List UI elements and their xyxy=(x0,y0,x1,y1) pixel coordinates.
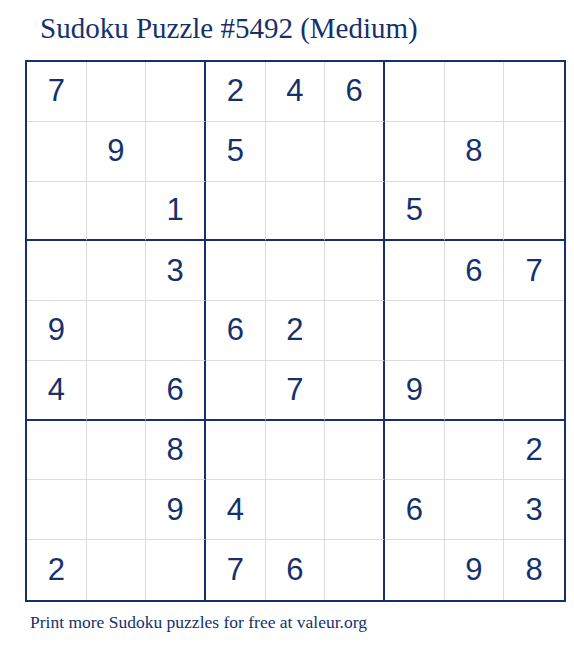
sudoku-cell-r9c4[interactable]: 7 xyxy=(206,540,266,600)
sudoku-cell-r1c7[interactable] xyxy=(385,62,445,122)
sudoku-cell-r9c7[interactable] xyxy=(385,540,445,600)
sudoku-cell-r2c8[interactable]: 8 xyxy=(445,122,505,182)
sudoku-cell-r9c9[interactable]: 8 xyxy=(504,540,564,600)
sudoku-cell-r8c2[interactable] xyxy=(87,480,147,540)
sudoku-cell-r3c7[interactable]: 5 xyxy=(385,182,445,242)
sudoku-cell-r2c5[interactable] xyxy=(266,122,326,182)
sudoku-cell-r4c2[interactable] xyxy=(87,241,147,301)
sudoku-cell-r5c3[interactable] xyxy=(146,301,206,361)
sudoku-cell-r9c2[interactable] xyxy=(87,540,147,600)
sudoku-cell-r1c2[interactable] xyxy=(87,62,147,122)
sudoku-cell-r3c2[interactable] xyxy=(87,182,147,242)
sudoku-cell-r5c4[interactable]: 6 xyxy=(206,301,266,361)
sudoku-cell-r5c7[interactable] xyxy=(385,301,445,361)
sudoku-cell-r6c9[interactable] xyxy=(504,361,564,421)
sudoku-cell-r3c5[interactable] xyxy=(266,182,326,242)
sudoku-cell-r7c8[interactable] xyxy=(445,421,505,481)
sudoku-cell-r1c5[interactable]: 4 xyxy=(266,62,326,122)
sudoku-cell-r1c1[interactable]: 7 xyxy=(27,62,87,122)
sudoku-cell-r9c3[interactable] xyxy=(146,540,206,600)
sudoku-cell-r3c8[interactable] xyxy=(445,182,505,242)
sudoku-cell-r7c1[interactable] xyxy=(27,421,87,481)
sudoku-cell-r1c8[interactable] xyxy=(445,62,505,122)
sudoku-cell-r9c5[interactable]: 6 xyxy=(266,540,326,600)
sudoku-cell-r3c1[interactable] xyxy=(27,182,87,242)
sudoku-cell-r1c9[interactable] xyxy=(504,62,564,122)
sudoku-cell-r2c6[interactable] xyxy=(325,122,385,182)
sudoku-cell-r7c3[interactable]: 8 xyxy=(146,421,206,481)
sudoku-cell-r9c1[interactable]: 2 xyxy=(27,540,87,600)
sudoku-cell-r8c3[interactable]: 9 xyxy=(146,480,206,540)
sudoku-cell-r8c8[interactable] xyxy=(445,480,505,540)
sudoku-cell-r3c3[interactable]: 1 xyxy=(146,182,206,242)
sudoku-cell-r2c3[interactable] xyxy=(146,122,206,182)
sudoku-cell-r4c8[interactable]: 6 xyxy=(445,241,505,301)
sudoku-cell-r3c9[interactable] xyxy=(504,182,564,242)
sudoku-cell-r7c5[interactable] xyxy=(266,421,326,481)
sudoku-cell-r1c3[interactable] xyxy=(146,62,206,122)
sudoku-cell-r8c5[interactable] xyxy=(266,480,326,540)
sudoku-cell-r6c8[interactable] xyxy=(445,361,505,421)
sudoku-cell-r4c6[interactable] xyxy=(325,241,385,301)
sudoku-cell-r5c5[interactable]: 2 xyxy=(266,301,326,361)
page-title: Sudoku Puzzle #5492 (Medium) xyxy=(40,12,418,45)
sudoku-cell-r4c5[interactable] xyxy=(266,241,326,301)
sudoku-cell-r2c1[interactable] xyxy=(27,122,87,182)
sudoku-cell-r5c9[interactable] xyxy=(504,301,564,361)
sudoku-cell-r4c7[interactable] xyxy=(385,241,445,301)
sudoku-cell-r5c6[interactable] xyxy=(325,301,385,361)
sudoku-cell-r6c5[interactable]: 7 xyxy=(266,361,326,421)
sudoku-cell-r4c1[interactable] xyxy=(27,241,87,301)
sudoku-cell-r8c6[interactable] xyxy=(325,480,385,540)
sudoku-cell-r6c1[interactable]: 4 xyxy=(27,361,87,421)
sudoku-cell-r9c8[interactable]: 9 xyxy=(445,540,505,600)
sudoku-cell-r2c7[interactable] xyxy=(385,122,445,182)
sudoku-cell-r2c2[interactable]: 9 xyxy=(87,122,147,182)
sudoku-cell-r4c4[interactable] xyxy=(206,241,266,301)
sudoku-cell-r8c1[interactable] xyxy=(27,480,87,540)
sudoku-cell-r2c9[interactable] xyxy=(504,122,564,182)
sudoku-cell-r7c9[interactable]: 2 xyxy=(504,421,564,481)
sudoku-cell-r6c3[interactable]: 6 xyxy=(146,361,206,421)
sudoku-cell-r7c7[interactable] xyxy=(385,421,445,481)
sudoku-cell-r5c8[interactable] xyxy=(445,301,505,361)
sudoku-cell-r4c3[interactable]: 3 xyxy=(146,241,206,301)
sudoku-cell-r3c4[interactable] xyxy=(206,182,266,242)
sudoku-board: 724695815367962467982946327698 xyxy=(25,60,566,602)
sudoku-cell-r6c4[interactable] xyxy=(206,361,266,421)
sudoku-cell-r3c6[interactable] xyxy=(325,182,385,242)
sudoku-cell-r8c7[interactable]: 6 xyxy=(385,480,445,540)
sudoku-cell-r6c7[interactable]: 9 xyxy=(385,361,445,421)
sudoku-cell-r1c4[interactable]: 2 xyxy=(206,62,266,122)
sudoku-cell-r7c2[interactable] xyxy=(87,421,147,481)
sudoku-cell-r7c4[interactable] xyxy=(206,421,266,481)
sudoku-cell-r6c6[interactable] xyxy=(325,361,385,421)
sudoku-cell-r8c9[interactable]: 3 xyxy=(504,480,564,540)
sudoku-cell-r5c2[interactable] xyxy=(87,301,147,361)
sudoku-cell-r7c6[interactable] xyxy=(325,421,385,481)
sudoku-cell-r9c6[interactable] xyxy=(325,540,385,600)
sudoku-cell-r8c4[interactable]: 4 xyxy=(206,480,266,540)
sudoku-cell-r6c2[interactable] xyxy=(87,361,147,421)
sudoku-cell-r1c6[interactable]: 6 xyxy=(325,62,385,122)
footer-text: Print more Sudoku puzzles for free at va… xyxy=(30,612,367,633)
sudoku-cell-r5c1[interactable]: 9 xyxy=(27,301,87,361)
sudoku-cell-r2c4[interactable]: 5 xyxy=(206,122,266,182)
sudoku-cell-r4c9[interactable]: 7 xyxy=(504,241,564,301)
